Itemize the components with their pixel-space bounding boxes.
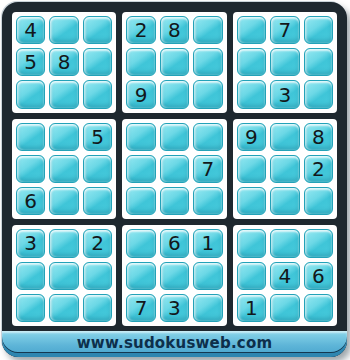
cell-r9c4[interactable]: 7	[126, 294, 155, 322]
cell-r4c8[interactable]	[270, 123, 299, 151]
box-r3c1: 32	[12, 225, 116, 326]
cell-r1c4[interactable]: 2	[126, 16, 155, 44]
cell-r9c3[interactable]	[83, 294, 112, 322]
sudoku-board: 45828973567982326173461 www.sudokusweb.c…	[2, 2, 347, 357]
cell-r1c2[interactable]	[49, 16, 78, 44]
cell-r8c4[interactable]	[126, 262, 155, 290]
cell-r8c6[interactable]	[193, 262, 222, 290]
cell-r6c5[interactable]	[160, 187, 189, 215]
cell-r3c8[interactable]: 3	[270, 80, 299, 108]
cell-r4c5[interactable]	[160, 123, 189, 151]
cell-r7c1[interactable]: 3	[16, 229, 45, 257]
cell-r7c3[interactable]: 2	[83, 229, 112, 257]
cell-r9c8[interactable]	[270, 294, 299, 322]
sudoku-grid: 45828973567982326173461	[2, 2, 347, 331]
cell-r1c3[interactable]	[83, 16, 112, 44]
cell-r9c7[interactable]: 1	[237, 294, 266, 322]
cell-r8c2[interactable]	[49, 262, 78, 290]
cell-r2c7[interactable]	[237, 48, 266, 76]
cell-r6c2[interactable]	[49, 187, 78, 215]
cell-r1c6[interactable]	[193, 16, 222, 44]
cell-r2c1[interactable]: 5	[16, 48, 45, 76]
cell-r9c5[interactable]: 3	[160, 294, 189, 322]
cell-r5c7[interactable]	[237, 155, 266, 183]
cell-r6c3[interactable]	[83, 187, 112, 215]
cell-r5c4[interactable]	[126, 155, 155, 183]
box-r1c2: 289	[122, 12, 226, 113]
cell-r1c8[interactable]: 7	[270, 16, 299, 44]
cell-r8c1[interactable]	[16, 262, 45, 290]
cell-r2c8[interactable]	[270, 48, 299, 76]
cell-r7c7[interactable]	[237, 229, 266, 257]
cell-r3c1[interactable]	[16, 80, 45, 108]
cell-r4c7[interactable]: 9	[237, 123, 266, 151]
cell-r5c5[interactable]	[160, 155, 189, 183]
cell-r6c4[interactable]	[126, 187, 155, 215]
cell-r9c1[interactable]	[16, 294, 45, 322]
cell-r7c5[interactable]: 6	[160, 229, 189, 257]
cell-r2c4[interactable]	[126, 48, 155, 76]
box-r3c3: 461	[233, 225, 337, 326]
cell-r4c2[interactable]	[49, 123, 78, 151]
cell-r1c5[interactable]: 8	[160, 16, 189, 44]
cell-r9c6[interactable]	[193, 294, 222, 322]
cell-r4c3[interactable]: 5	[83, 123, 112, 151]
cell-r7c4[interactable]	[126, 229, 155, 257]
cell-r8c7[interactable]	[237, 262, 266, 290]
cell-r2c5[interactable]	[160, 48, 189, 76]
box-r1c1: 458	[12, 12, 116, 113]
cell-r7c8[interactable]	[270, 229, 299, 257]
box-r3c2: 6173	[122, 225, 226, 326]
cell-r2c3[interactable]	[83, 48, 112, 76]
cell-r6c9[interactable]	[304, 187, 333, 215]
cell-r8c8[interactable]: 4	[270, 262, 299, 290]
cell-r1c1[interactable]: 4	[16, 16, 45, 44]
cell-r5c3[interactable]	[83, 155, 112, 183]
cell-r4c9[interactable]: 8	[304, 123, 333, 151]
cell-r1c9[interactable]	[304, 16, 333, 44]
cell-r3c2[interactable]	[49, 80, 78, 108]
cell-r8c5[interactable]	[160, 262, 189, 290]
cell-r9c9[interactable]	[304, 294, 333, 322]
cell-r8c3[interactable]	[83, 262, 112, 290]
cell-r3c9[interactable]	[304, 80, 333, 108]
cell-r3c6[interactable]	[193, 80, 222, 108]
cell-r9c2[interactable]	[49, 294, 78, 322]
cell-r3c5[interactable]	[160, 80, 189, 108]
box-r2c3: 982	[233, 119, 337, 220]
cell-r8c9[interactable]: 6	[304, 262, 333, 290]
cell-r4c6[interactable]	[193, 123, 222, 151]
cell-r6c7[interactable]	[237, 187, 266, 215]
cell-r2c9[interactable]	[304, 48, 333, 76]
cell-r5c2[interactable]	[49, 155, 78, 183]
box-r1c3: 73	[233, 12, 337, 113]
cell-r5c8[interactable]	[270, 155, 299, 183]
cell-r5c1[interactable]	[16, 155, 45, 183]
site-url: www.sudokusweb.com	[77, 334, 272, 355]
cell-r3c7[interactable]	[237, 80, 266, 108]
cell-r6c6[interactable]	[193, 187, 222, 215]
cell-r6c8[interactable]	[270, 187, 299, 215]
cell-r6c1[interactable]: 6	[16, 187, 45, 215]
cell-r4c4[interactable]	[126, 123, 155, 151]
cell-r7c6[interactable]: 1	[193, 229, 222, 257]
cell-r3c4[interactable]: 9	[126, 80, 155, 108]
cell-r5c6[interactable]: 7	[193, 155, 222, 183]
footer-band: www.sudokusweb.com	[2, 331, 347, 357]
cell-r5c9[interactable]: 2	[304, 155, 333, 183]
cell-r7c9[interactable]	[304, 229, 333, 257]
cell-r1c7[interactable]	[237, 16, 266, 44]
box-r2c1: 56	[12, 119, 116, 220]
cell-r2c6[interactable]	[193, 48, 222, 76]
box-r2c2: 7	[122, 119, 226, 220]
cell-r7c2[interactable]	[49, 229, 78, 257]
cell-r3c3[interactable]	[83, 80, 112, 108]
cell-r2c2[interactable]: 8	[49, 48, 78, 76]
cell-r4c1[interactable]	[16, 123, 45, 151]
